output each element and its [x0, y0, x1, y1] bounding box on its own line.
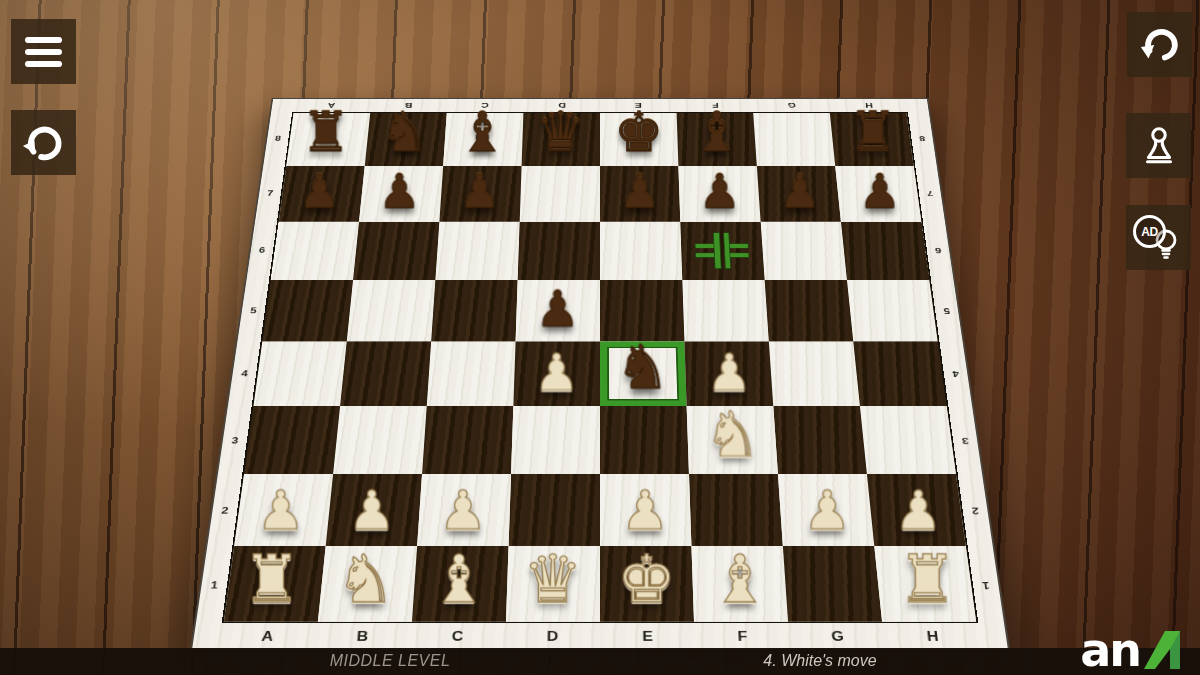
white-bishop-f1[interactable]: ♝: [711, 547, 770, 613]
square-g3[interactable]: [773, 406, 867, 474]
square-a4[interactable]: [253, 341, 346, 406]
black-rook-h8[interactable]: ♜: [849, 105, 898, 160]
square-f1[interactable]: ♝: [691, 546, 788, 622]
white-bishop-c1[interactable]: ♝: [430, 547, 489, 613]
square-h1[interactable]: ♜: [874, 546, 976, 622]
undo-curved-arrow-icon: [1137, 22, 1183, 68]
square-d3[interactable]: [511, 406, 600, 474]
file-label-F: F: [695, 626, 791, 647]
white-king-e1[interactable]: ♚: [617, 547, 676, 613]
square-a7[interactable]: ♟: [279, 166, 365, 222]
black-bishop-c8[interactable]: ♝: [458, 105, 507, 160]
square-c1[interactable]: ♝: [412, 546, 509, 622]
square-e8[interactable]: ♚: [600, 113, 678, 166]
file-label-G: G: [753, 100, 831, 111]
square-b1[interactable]: ♞: [318, 546, 417, 622]
black-bishop-f8[interactable]: ♝: [693, 105, 742, 160]
square-b5[interactable]: [347, 280, 436, 341]
status-bar: MIDDLE LEVEL 4. White's move: [0, 648, 1200, 675]
square-h3[interactable]: [860, 406, 956, 474]
square-c2[interactable]: ♟: [417, 474, 511, 546]
square-h4[interactable]: [853, 341, 946, 406]
hint-ad-button[interactable]: AD: [1126, 205, 1191, 270]
square-f4[interactable]: ♟: [684, 341, 773, 406]
square-h7[interactable]: ♟: [835, 166, 921, 222]
square-b4[interactable]: [340, 341, 431, 406]
square-b8[interactable]: ♞: [365, 113, 447, 166]
file-label-A: A: [218, 626, 316, 647]
square-c3[interactable]: [422, 406, 513, 474]
square-g1[interactable]: [783, 546, 882, 622]
hamburger-menu-icon: [25, 37, 62, 67]
file-label-C: C: [446, 100, 523, 111]
watermark-logo: an: [1080, 627, 1186, 673]
watermark-text: an: [1080, 629, 1140, 673]
square-g2[interactable]: ♟: [778, 474, 874, 546]
square-g4[interactable]: [769, 341, 860, 406]
restart-circular-arrow-icon: [21, 120, 67, 166]
file-label-D: D: [523, 100, 600, 111]
white-pawn-h2[interactable]: ♟: [895, 484, 943, 538]
square-h5[interactable]: [847, 280, 938, 341]
move-status-label: 4. White's move: [725, 652, 915, 670]
square-d7[interactable]: [520, 166, 600, 222]
square-f6[interactable]: [680, 222, 764, 280]
square-g6[interactable]: [761, 222, 847, 280]
white-pawn-e2[interactable]: ♟: [621, 484, 669, 538]
square-e2[interactable]: ♟: [600, 474, 691, 546]
black-queen-d8[interactable]: ♛: [536, 105, 585, 160]
square-b3[interactable]: [333, 406, 427, 474]
black-pawn-a7[interactable]: ♟: [299, 168, 341, 215]
square-d6[interactable]: [518, 222, 600, 280]
square-a8[interactable]: ♜: [286, 113, 370, 166]
square-f7[interactable]: ♟: [678, 166, 760, 222]
square-c8[interactable]: ♝: [443, 113, 523, 166]
piece-style-button[interactable]: [1126, 113, 1191, 178]
square-e6[interactable]: [600, 222, 682, 280]
square-g5[interactable]: [765, 280, 854, 341]
square-f2[interactable]: [689, 474, 783, 546]
file-label-F: F: [677, 100, 754, 111]
square-d2[interactable]: [509, 474, 600, 546]
square-a1[interactable]: ♜: [224, 546, 326, 622]
level-label: MIDDLE LEVEL: [305, 652, 475, 670]
file-label-H: H: [884, 626, 982, 647]
file-label-B: B: [314, 626, 411, 647]
file-label-B: B: [369, 100, 447, 111]
chess-app-screen: ABCDEFGH ABCDEFGH 87654321 87654321 ♜♞♝♛…: [0, 0, 1200, 675]
white-rook-a1[interactable]: ♜: [243, 547, 302, 613]
square-e4[interactable]: ♞: [600, 341, 687, 406]
black-pawn-h7[interactable]: ♟: [859, 168, 901, 215]
square-g8[interactable]: [753, 113, 835, 166]
black-knight-e4[interactable]: ♞: [616, 338, 671, 399]
green-arrow-logo-icon: [1142, 627, 1186, 671]
file-label-D: D: [505, 626, 600, 647]
square-d4[interactable]: ♟: [513, 341, 600, 406]
black-knight-b8[interactable]: ♞: [380, 105, 429, 160]
white-knight-f3[interactable]: ♞: [705, 404, 761, 467]
black-pawn-e7[interactable]: ♟: [619, 168, 661, 215]
black-pawn-d5[interactable]: ♟: [536, 285, 580, 335]
chess-board-3d: ABCDEFGH ABCDEFGH 87654321 87654321 ♜♞♝♛…: [190, 98, 1010, 650]
file-label-C: C: [409, 626, 505, 647]
square-h2[interactable]: ♟: [867, 474, 966, 546]
board-grid: ♜♞♝♛♚♝♜♟♟♟♟♟♟♟♟♟♞♟♞♟♟♟♟♟♟♜♞♝♛♚♝♜: [222, 112, 979, 623]
white-rook-h1[interactable]: ♜: [898, 547, 957, 613]
white-pawn-f4[interactable]: ♟: [707, 347, 753, 398]
menu-button[interactable]: [11, 19, 76, 84]
file-labels-bottom: ABCDEFGH: [218, 626, 981, 647]
square-c7[interactable]: ♟: [439, 166, 521, 222]
white-pawn-c2[interactable]: ♟: [439, 484, 487, 538]
square-a6[interactable]: [271, 222, 359, 280]
square-c6[interactable]: [435, 222, 519, 280]
restart-button[interactable]: [11, 110, 76, 175]
file-label-A: A: [292, 100, 370, 111]
square-b2[interactable]: ♟: [326, 474, 422, 546]
black-pawn-b7[interactable]: ♟: [379, 168, 421, 215]
white-knight-b1[interactable]: ♞: [336, 547, 395, 613]
square-a3[interactable]: [244, 406, 340, 474]
square-e3[interactable]: [600, 406, 689, 474]
square-e1[interactable]: ♚: [600, 546, 694, 622]
square-g7[interactable]: ♟: [757, 166, 841, 222]
white-pawn-d4[interactable]: ♟: [534, 347, 580, 398]
square-d5[interactable]: ♟: [516, 280, 600, 341]
white-pawn-g2[interactable]: ♟: [804, 484, 852, 538]
square-d8[interactable]: ♛: [522, 113, 600, 166]
black-pawn-g7[interactable]: ♟: [779, 168, 821, 215]
last-move-from-marker: [694, 230, 750, 272]
white-pawn-b2[interactable]: ♟: [348, 484, 396, 538]
file-label-G: G: [789, 626, 886, 647]
square-e7[interactable]: ♟: [600, 166, 680, 222]
square-b7[interactable]: ♟: [359, 166, 443, 222]
board-scene: ABCDEFGH ABCDEFGH 87654321 87654321 ♜♞♝♛…: [0, 0, 1200, 675]
square-c5[interactable]: [431, 280, 518, 341]
undo-button[interactable]: [1127, 12, 1192, 77]
pawn-outline-icon: [1136, 123, 1182, 169]
white-queen-d1[interactable]: ♛: [524, 547, 583, 613]
file-label-E: E: [600, 626, 695, 647]
file-labels-top: ABCDEFGH: [292, 100, 907, 111]
square-h6[interactable]: [841, 222, 929, 280]
square-d1[interactable]: ♛: [506, 546, 600, 622]
square-c4[interactable]: [427, 341, 516, 406]
square-f3[interactable]: ♞: [687, 406, 778, 474]
square-a5[interactable]: [262, 280, 353, 341]
black-pawn-c7[interactable]: ♟: [459, 168, 501, 215]
square-f5[interactable]: [682, 280, 769, 341]
board-frame: ABCDEFGH ABCDEFGH 87654321 87654321 ♜♞♝♛…: [190, 98, 1010, 650]
square-a2[interactable]: ♟: [234, 474, 333, 546]
file-label-H: H: [830, 100, 908, 111]
square-h8[interactable]: ♜: [830, 113, 914, 166]
black-pawn-f7[interactable]: ♟: [699, 168, 741, 215]
square-f8[interactable]: ♝: [677, 113, 757, 166]
black-king-e8[interactable]: ♚: [614, 105, 663, 160]
file-label-E: E: [600, 100, 677, 111]
black-rook-a8[interactable]: ♜: [302, 105, 351, 160]
ad-badge: AD: [1133, 215, 1166, 248]
square-b6[interactable]: [353, 222, 439, 280]
white-pawn-a2[interactable]: ♟: [257, 484, 305, 538]
